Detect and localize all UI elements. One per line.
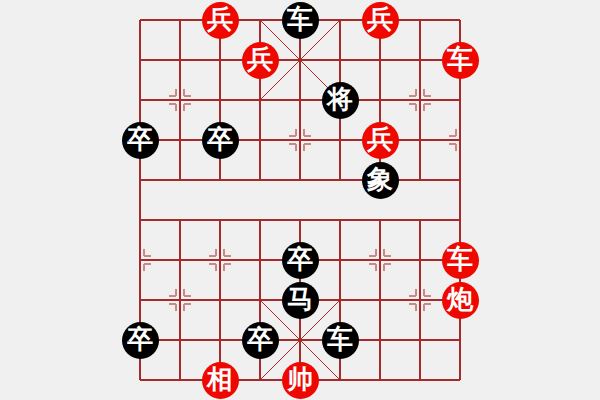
- piece-red-chariot[interactable]: 车: [442, 242, 479, 279]
- piece-black-soldier[interactable]: 卒: [282, 242, 319, 279]
- piece-black-horse[interactable]: 马: [282, 282, 319, 319]
- board-area: 兵车兵兵车将卒卒兵象卒车马炮卒卒车相帅: [0, 0, 600, 400]
- piece-black-general[interactable]: 将: [322, 82, 359, 119]
- piece-black-chariot[interactable]: 车: [322, 322, 359, 359]
- piece-black-soldier[interactable]: 卒: [202, 122, 239, 159]
- piece-black-chariot[interactable]: 车: [282, 2, 319, 39]
- piece-black-soldier[interactable]: 卒: [122, 122, 159, 159]
- piece-red-soldier[interactable]: 兵: [242, 42, 279, 79]
- piece-red-soldier[interactable]: 兵: [202, 2, 239, 39]
- piece-red-soldier[interactable]: 兵: [362, 2, 399, 39]
- piece-red-chariot[interactable]: 车: [442, 42, 479, 79]
- piece-red-soldier[interactable]: 兵: [362, 122, 399, 159]
- piece-red-cannon[interactable]: 炮: [442, 282, 479, 319]
- piece-red-general[interactable]: 帅: [282, 362, 319, 399]
- xiangqi-board[interactable]: 兵车兵兵车将卒卒兵象卒车马炮卒卒车相帅: [120, 0, 480, 400]
- piece-red-elephant[interactable]: 相: [202, 362, 239, 399]
- piece-black-soldier[interactable]: 卒: [242, 322, 279, 359]
- piece-black-elephant[interactable]: 象: [362, 162, 399, 199]
- piece-black-soldier[interactable]: 卒: [122, 322, 159, 359]
